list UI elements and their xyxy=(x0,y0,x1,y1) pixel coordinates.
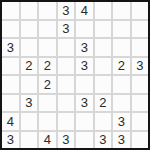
cell-r4c3[interactable] xyxy=(58,76,75,93)
cell-r0c3[interactable]: 3 xyxy=(58,2,75,19)
cell-r6c5[interactable] xyxy=(95,113,112,130)
cell-r4c5[interactable] xyxy=(95,76,112,93)
cell-r1c3[interactable]: 3 xyxy=(58,21,75,38)
cell-r1c4[interactable] xyxy=(76,21,93,38)
cell-r0c7[interactable] xyxy=(132,2,149,19)
cell-r4c2[interactable]: 2 xyxy=(39,76,56,93)
cell-r2c1[interactable] xyxy=(21,39,38,56)
cell-r1c1[interactable] xyxy=(21,21,38,38)
cell-r2c7[interactable] xyxy=(132,39,149,56)
cell-r7c4[interactable] xyxy=(76,132,93,149)
cell-r3c3[interactable] xyxy=(58,58,75,75)
cell-r0c0[interactable] xyxy=(2,2,19,19)
cell-r4c6[interactable] xyxy=(113,76,130,93)
cell-r7c3[interactable]: 3 xyxy=(58,132,75,149)
cell-r2c3[interactable] xyxy=(58,39,75,56)
cell-r3c5[interactable] xyxy=(95,58,112,75)
cell-r2c6[interactable] xyxy=(113,39,130,56)
cell-r3c6[interactable]: 2 xyxy=(113,58,130,75)
cell-r5c2[interactable] xyxy=(39,95,56,112)
cell-r6c3[interactable] xyxy=(58,113,75,130)
cell-r3c1[interactable]: 2 xyxy=(21,58,38,75)
cell-r5c1[interactable]: 3 xyxy=(21,95,38,112)
cell-r3c7[interactable]: 3 xyxy=(132,58,149,75)
cell-r6c2[interactable] xyxy=(39,113,56,130)
cell-r1c2[interactable] xyxy=(39,21,56,38)
cell-r0c2[interactable] xyxy=(39,2,56,19)
cell-r7c1[interactable] xyxy=(21,132,38,149)
cell-r0c4[interactable]: 4 xyxy=(76,2,93,19)
cell-r5c4[interactable]: 3 xyxy=(76,95,93,112)
cell-r4c1[interactable] xyxy=(21,76,38,93)
cell-r1c0[interactable] xyxy=(2,21,19,38)
cell-r6c6[interactable]: 3 xyxy=(113,113,130,130)
cell-r1c7[interactable] xyxy=(132,21,149,38)
cell-r1c6[interactable] xyxy=(113,21,130,38)
cell-r6c1[interactable] xyxy=(21,113,38,130)
cell-r2c0[interactable]: 3 xyxy=(2,39,19,56)
cell-r5c0[interactable] xyxy=(2,95,19,112)
cell-r3c4[interactable]: 3 xyxy=(76,58,93,75)
cell-r3c0[interactable] xyxy=(2,58,19,75)
cell-r5c7[interactable] xyxy=(132,95,149,112)
cell-r0c1[interactable] xyxy=(21,2,38,19)
cell-r7c7[interactable] xyxy=(132,132,149,149)
cell-r0c5[interactable] xyxy=(95,2,112,19)
cell-r7c0[interactable]: 3 xyxy=(2,132,19,149)
cell-r2c4[interactable]: 3 xyxy=(76,39,93,56)
cell-r4c7[interactable] xyxy=(132,76,149,93)
cell-r7c5[interactable]: 3 xyxy=(95,132,112,149)
cell-r2c5[interactable] xyxy=(95,39,112,56)
cell-r0c6[interactable] xyxy=(113,2,130,19)
cell-r7c2[interactable]: 4 xyxy=(39,132,56,149)
cell-r4c4[interactable] xyxy=(76,76,93,93)
cell-r6c0[interactable]: 4 xyxy=(2,113,19,130)
cell-r5c5[interactable]: 2 xyxy=(95,95,112,112)
cell-r6c4[interactable] xyxy=(76,113,93,130)
cell-r5c3[interactable] xyxy=(58,95,75,112)
cell-r5c6[interactable] xyxy=(113,95,130,112)
cell-r4c0[interactable] xyxy=(2,76,19,93)
cell-r1c5[interactable] xyxy=(95,21,112,38)
cell-r7c6[interactable]: 3 xyxy=(113,132,130,149)
cell-r3c2[interactable]: 2 xyxy=(39,58,56,75)
cell-r2c2[interactable] xyxy=(39,39,56,56)
puzzle-board: 343332232323324334333 xyxy=(0,0,150,150)
cell-r6c7[interactable] xyxy=(132,113,149,130)
